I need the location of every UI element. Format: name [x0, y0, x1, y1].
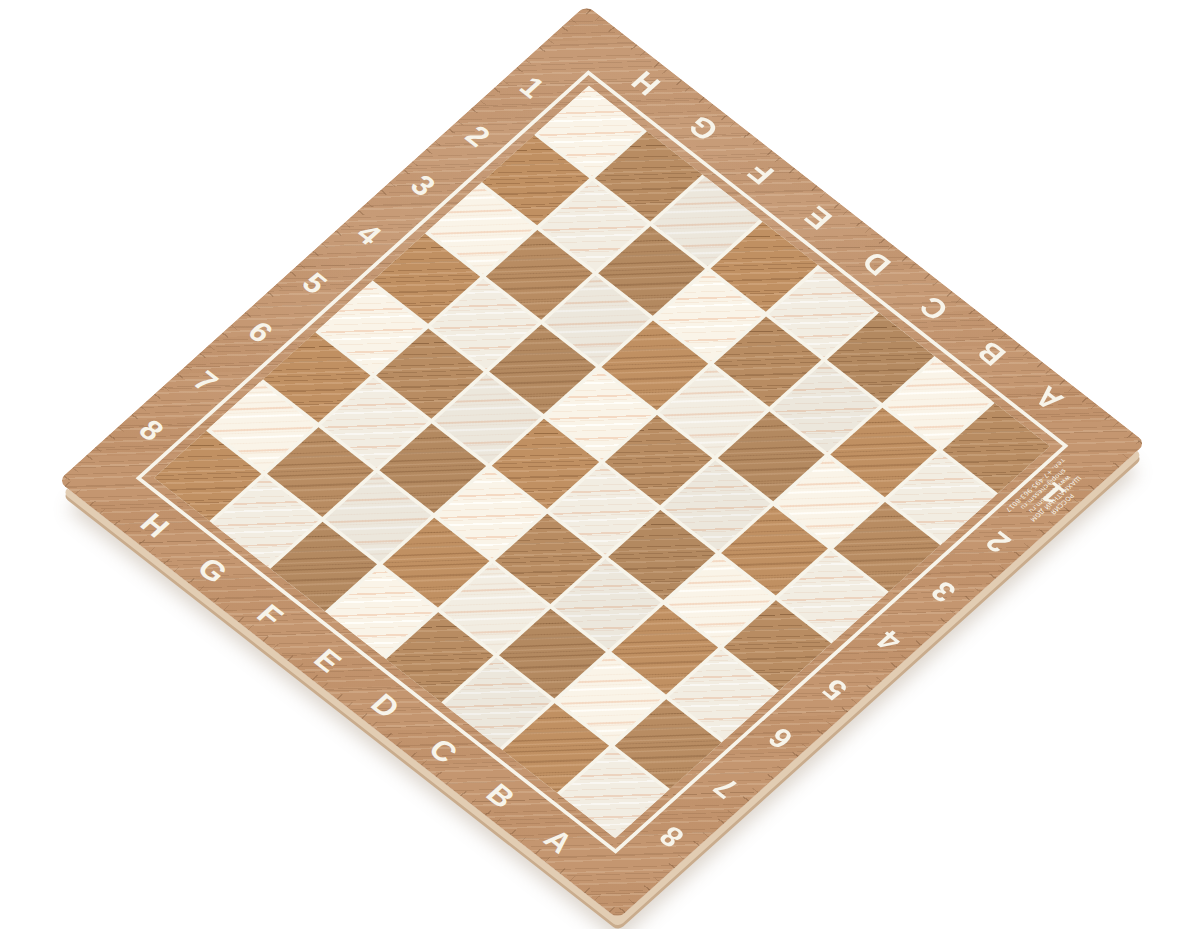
coordinate-glyph: G [682, 111, 723, 146]
coordinate-glyph: 1 [1034, 478, 1070, 509]
coordinate-glyph: 8 [654, 821, 690, 852]
coordinate-glyph: 5 [297, 268, 333, 299]
coordinate-glyph: 7 [188, 366, 224, 397]
coordinate-glyph: E [309, 644, 348, 677]
coordinate-glyph: C [423, 734, 463, 768]
coordinate-glyph: A [1029, 382, 1069, 416]
coordinate-glyph: 4 [351, 219, 387, 250]
coordinate-glyph: D [856, 247, 896, 281]
product-photo-canvas: HGFEDCBA HGFEDCBA 12345678 12345678 РОСС… [0, 0, 1200, 929]
coordinate-glyph: D [366, 689, 406, 723]
coordinate-glyph: F [742, 157, 779, 189]
coordinate-glyph: H [135, 508, 175, 542]
coordinate-glyph: A [539, 824, 579, 858]
coordinate-glyph: 3 [405, 170, 441, 201]
coordinate-glyph: 6 [763, 723, 799, 754]
coordinate-glyph: H [625, 66, 665, 100]
coordinate-glyph: 6 [242, 317, 278, 348]
coordinate-glyph: E [799, 202, 838, 235]
coordinate-glyph: 2 [980, 527, 1016, 558]
board-squares [154, 86, 1050, 839]
coordinate-glyph: 4 [871, 625, 907, 656]
manufacturer-info-line: www.chessm.ru [1018, 467, 1079, 521]
coordinate-glyph: B [971, 337, 1011, 371]
coordinate-glyph: C [914, 292, 954, 326]
coordinate-glyph: 3 [926, 576, 962, 607]
coordinate-glyph: F [252, 599, 289, 631]
chessboard: HGFEDCBA HGFEDCBA 12345678 12345678 РОСС… [58, 5, 1146, 919]
manufacturer-info-line: РОССИЯ [1031, 476, 1092, 530]
coordinate-glyph: 2 [460, 121, 496, 152]
coordinate-glyph: 1 [514, 72, 550, 103]
coordinate-glyph: 5 [817, 674, 853, 705]
coordinate-glyph: G [192, 553, 233, 588]
coordinate-glyph: 8 [134, 415, 170, 446]
coordinate-glyph: B [481, 779, 521, 813]
manufacturer-info-line: ШАХМАТНЫЙ ДОМ [1025, 471, 1086, 525]
coordinate-glyph: 7 [708, 772, 744, 803]
